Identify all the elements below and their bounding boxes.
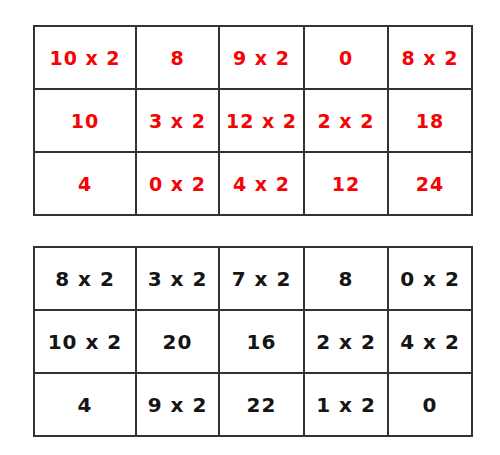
card-cell[interactable]: 8 x 2 bbox=[389, 27, 471, 90]
card-cell[interactable]: 10 x 2 bbox=[35, 311, 137, 374]
card-cell[interactable]: 0 x 2 bbox=[137, 153, 220, 214]
card-cell[interactable]: 9 x 2 bbox=[137, 374, 220, 435]
card-cell[interactable]: 1 x 2 bbox=[305, 374, 389, 435]
top-card-grid: 10 x 2 8 9 x 2 0 8 x 2 10 3 x 2 12 x 2 2… bbox=[33, 25, 473, 216]
card-cell[interactable]: 4 x 2 bbox=[389, 311, 471, 374]
card-cell[interactable]: 2 x 2 bbox=[305, 90, 389, 153]
card-cell[interactable]: 18 bbox=[389, 90, 471, 153]
card-cell[interactable]: 16 bbox=[220, 311, 305, 374]
card-cell[interactable]: 2 x 2 bbox=[305, 311, 389, 374]
card-cell[interactable]: 0 bbox=[389, 374, 471, 435]
card-cell[interactable]: 12 bbox=[305, 153, 389, 214]
card-cell[interactable]: 0 bbox=[305, 27, 389, 90]
card-cell[interactable]: 8 bbox=[137, 27, 220, 90]
card-cell[interactable]: 8 x 2 bbox=[35, 248, 137, 311]
card-cell[interactable]: 4 bbox=[35, 153, 137, 214]
bottom-card-grid: 8 x 2 3 x 2 7 x 2 8 0 x 2 10 x 2 20 16 2… bbox=[33, 246, 473, 437]
card-cell[interactable]: 4 bbox=[35, 374, 137, 435]
card-cell[interactable]: 10 bbox=[35, 90, 137, 153]
card-cell[interactable]: 12 x 2 bbox=[220, 90, 305, 153]
card-cell[interactable]: 4 x 2 bbox=[220, 153, 305, 214]
card-cell[interactable]: 9 x 2 bbox=[220, 27, 305, 90]
card-cell[interactable]: 24 bbox=[389, 153, 471, 214]
worksheet-page: 10 x 2 8 9 x 2 0 8 x 2 10 3 x 2 12 x 2 2… bbox=[0, 0, 500, 455]
card-cell[interactable]: 8 bbox=[305, 248, 389, 311]
card-cell[interactable]: 7 x 2 bbox=[220, 248, 305, 311]
card-cell[interactable]: 22 bbox=[220, 374, 305, 435]
card-cell[interactable]: 0 x 2 bbox=[389, 248, 471, 311]
card-cell[interactable]: 20 bbox=[137, 311, 220, 374]
card-cell[interactable]: 3 x 2 bbox=[137, 90, 220, 153]
card-cell[interactable]: 10 x 2 bbox=[35, 27, 137, 90]
card-cell[interactable]: 3 x 2 bbox=[137, 248, 220, 311]
